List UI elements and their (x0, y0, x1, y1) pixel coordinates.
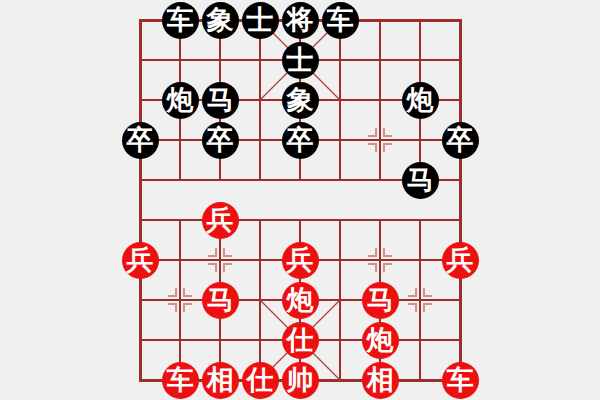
piece-red-chariot[interactable]: 车 (442, 362, 479, 399)
piece-black-soldier[interactable]: 卒 (122, 122, 159, 159)
pieces-layer: 车象士将车士炮马象炮卒卒卒卒马兵兵兵兵马炮马仕炮车相仕帅相车 (0, 0, 600, 400)
piece-red-soldier[interactable]: 兵 (282, 242, 319, 279)
piece-red-horse[interactable]: 马 (202, 282, 239, 319)
piece-black-cannon[interactable]: 炮 (402, 82, 439, 119)
xiangqi-board: 车象士将车士炮马象炮卒卒卒卒马兵兵兵兵马炮马仕炮车相仕帅相车 (0, 0, 600, 400)
piece-red-elephant[interactable]: 相 (202, 362, 239, 399)
piece-black-elephant[interactable]: 象 (202, 2, 239, 39)
piece-black-advisor[interactable]: 士 (282, 42, 319, 79)
piece-black-horse[interactable]: 马 (202, 82, 239, 119)
piece-red-soldier[interactable]: 兵 (202, 202, 239, 239)
piece-red-horse[interactable]: 马 (362, 282, 399, 319)
piece-red-soldier[interactable]: 兵 (122, 242, 159, 279)
piece-black-soldier[interactable]: 卒 (282, 122, 319, 159)
piece-red-cannon[interactable]: 炮 (282, 282, 319, 319)
piece-red-advisor[interactable]: 仕 (282, 322, 319, 359)
piece-red-general[interactable]: 帅 (282, 362, 319, 399)
piece-black-elephant[interactable]: 象 (282, 82, 319, 119)
piece-red-advisor[interactable]: 仕 (242, 362, 279, 399)
piece-black-advisor[interactable]: 士 (242, 2, 279, 39)
piece-black-soldier[interactable]: 卒 (442, 122, 479, 159)
piece-red-soldier[interactable]: 兵 (442, 242, 479, 279)
piece-black-cannon[interactable]: 炮 (162, 82, 199, 119)
piece-red-cannon[interactable]: 炮 (362, 322, 399, 359)
piece-black-chariot[interactable]: 车 (322, 2, 359, 39)
piece-black-soldier[interactable]: 卒 (202, 122, 239, 159)
piece-black-general[interactable]: 将 (282, 2, 319, 39)
piece-black-horse[interactable]: 马 (402, 162, 439, 199)
piece-red-chariot[interactable]: 车 (162, 362, 199, 399)
piece-black-chariot[interactable]: 车 (162, 2, 199, 39)
piece-red-elephant[interactable]: 相 (362, 362, 399, 399)
